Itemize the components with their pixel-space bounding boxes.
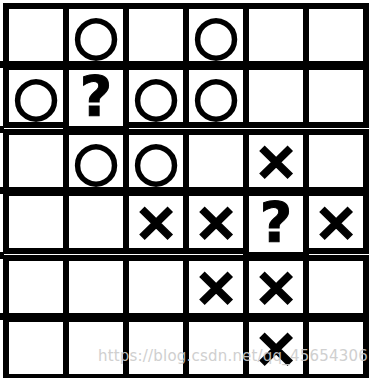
cell-r3c3[interactable]: ○ [123,129,189,193]
cell-r5c5[interactable]: × [243,255,309,319]
cell-r1c2[interactable]: ○ [63,3,129,67]
cell-r3c4[interactable] [183,129,249,193]
cell-r4c3[interactable]: × [123,190,189,254]
cell-r1c4[interactable]: ○ [183,3,249,67]
cell-r5c3[interactable] [123,255,189,319]
board-row-2: ○ ? ○ ○ [3,64,369,132]
cell-r5c1[interactable] [3,255,69,319]
cell-r3c2[interactable]: ○ [63,129,129,193]
cell-r3c1[interactable] [3,129,69,193]
puzzle-board: ○ ○ ○ ? ○ ○ ○ ○ × × × ? × [3,3,369,378]
cell-r1c3[interactable] [123,3,189,67]
cell-r3c5[interactable]: × [243,129,309,193]
cell-r4c5[interactable]: ? [243,190,309,258]
cell-r2c1[interactable]: ○ [3,64,69,128]
cell-r1c1[interactable] [3,3,69,67]
cell-r1c5[interactable] [243,3,309,67]
cell-r6c1[interactable] [3,316,69,378]
cell-r2c2[interactable]: ? [63,64,129,132]
cell-r4c2[interactable] [63,190,129,254]
cell-r2c5[interactable] [243,64,309,128]
cell-r2c6[interactable] [303,64,369,128]
cell-r2c3[interactable]: ○ [123,64,189,128]
page: ○ ○ ○ ? ○ ○ ○ ○ × × × ? × [0,0,372,378]
board-row-5: × × [3,255,369,319]
board-row-3: ○ ○ × [3,129,369,193]
cell-r3c6[interactable] [303,129,369,193]
cell-r5c4[interactable]: × [183,255,249,319]
cell-r4c1[interactable] [3,190,69,254]
board-row-4: × × ? × [3,190,369,258]
cell-r5c2[interactable] [63,255,129,319]
cell-r2c4[interactable]: ○ [183,64,249,128]
watermark-text: https://blog.csdn.net/qq_45654306 [98,347,368,365]
cell-r4c4[interactable]: × [183,190,249,254]
cell-r4c6[interactable]: × [303,190,369,254]
cell-r5c6[interactable] [303,255,369,319]
board-row-1: ○ ○ [3,3,369,67]
cell-r1c6[interactable] [303,3,369,67]
